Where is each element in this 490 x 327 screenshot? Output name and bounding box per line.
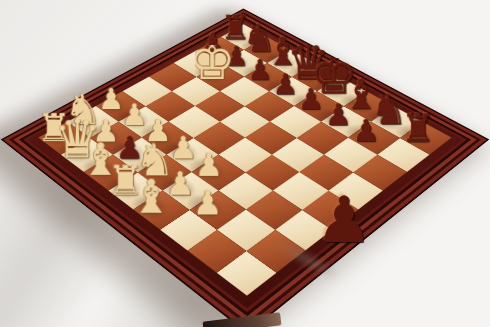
chess-set-photo: ♜♞♝♛♚♝♞♜♟♟♟♟♟♟♟♚♟♟♟♟♟♞♟♟♞♟♟♜♛♝♜♝ ♟ — [0, 0, 490, 327]
red-pawn-on-table: ♟ — [314, 188, 374, 252]
perspective-scene: ♜♞♝♛♚♝♞♜♟♟♟♟♟♟♟♚♟♟♟♟♟♞♟♟♞♟♟♜♛♝♜♝ — [0, 0, 490, 327]
board-3d: ♜♞♝♛♚♝♞♜♟♟♟♟♟♟♟♚♟♟♟♟♟♞♟♟♞♟♟♜♛♝♜♝ — [39, 25, 452, 296]
